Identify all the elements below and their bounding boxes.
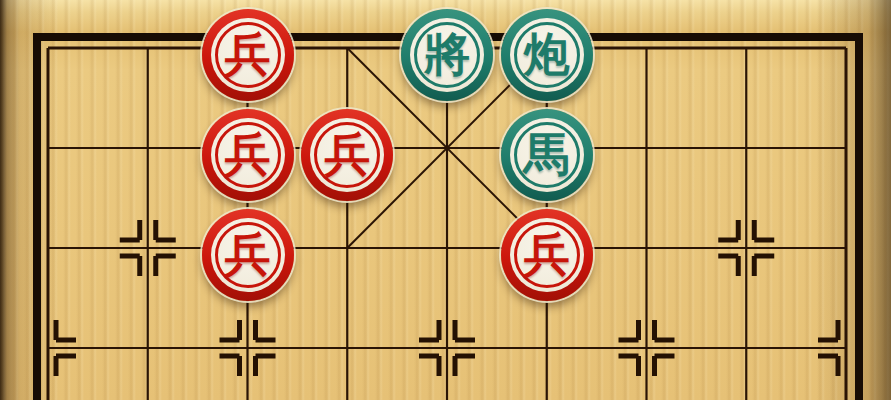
piece-face: 兵 bbox=[510, 218, 584, 292]
piece-inner-ring: 兵 bbox=[514, 222, 580, 288]
piece-character: 馬 bbox=[524, 131, 570, 177]
piece-character: 兵 bbox=[324, 131, 370, 177]
piece-red-soldier[interactable]: 兵 bbox=[202, 209, 294, 301]
piece-red-soldier[interactable]: 兵 bbox=[301, 109, 393, 201]
pieces-layer: 兵將炮兵兵馬兵兵 bbox=[0, 0, 891, 400]
xiangqi-board[interactable]: 兵將炮兵兵馬兵兵 bbox=[0, 0, 891, 400]
piece-character: 兵 bbox=[524, 231, 570, 277]
piece-face: 兵 bbox=[310, 118, 384, 192]
piece-character: 兵 bbox=[225, 131, 271, 177]
piece-red-soldier[interactable]: 兵 bbox=[202, 109, 294, 201]
piece-inner-ring: 兵 bbox=[314, 122, 380, 188]
piece-red-soldier[interactable]: 兵 bbox=[501, 209, 593, 301]
piece-face: 炮 bbox=[510, 18, 584, 92]
piece-face: 將 bbox=[410, 18, 484, 92]
piece-character: 兵 bbox=[225, 31, 271, 77]
piece-face: 馬 bbox=[510, 118, 584, 192]
piece-inner-ring: 兵 bbox=[215, 222, 281, 288]
piece-face: 兵 bbox=[211, 18, 285, 92]
piece-character: 炮 bbox=[524, 31, 570, 77]
piece-red-soldier[interactable]: 兵 bbox=[202, 9, 294, 101]
piece-inner-ring: 馬 bbox=[514, 122, 580, 188]
piece-inner-ring: 將 bbox=[414, 22, 480, 88]
piece-character: 兵 bbox=[225, 231, 271, 277]
piece-black-horse[interactable]: 馬 bbox=[501, 109, 593, 201]
piece-face: 兵 bbox=[211, 218, 285, 292]
piece-inner-ring: 兵 bbox=[215, 122, 281, 188]
piece-inner-ring: 炮 bbox=[514, 22, 580, 88]
piece-black-cannon[interactable]: 炮 bbox=[501, 9, 593, 101]
piece-character: 將 bbox=[424, 31, 470, 77]
piece-inner-ring: 兵 bbox=[215, 22, 281, 88]
piece-face: 兵 bbox=[211, 118, 285, 192]
piece-black-general[interactable]: 將 bbox=[401, 9, 493, 101]
